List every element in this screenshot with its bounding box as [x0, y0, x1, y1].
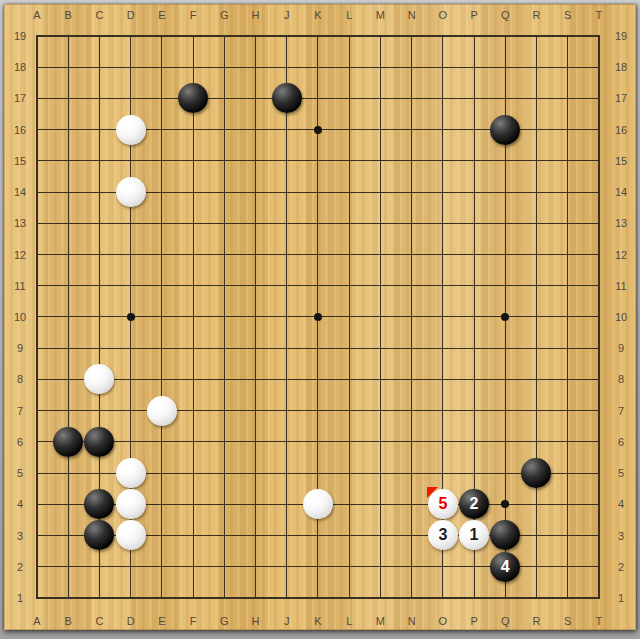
- black-stone-C4[interactable]: [84, 489, 114, 519]
- intersection-K10[interactable]: [302, 301, 333, 332]
- intersection-Q9[interactable]: [490, 333, 521, 364]
- intersection-S15[interactable]: [552, 145, 583, 176]
- intersection-O16[interactable]: [427, 114, 458, 145]
- intersection-E13[interactable]: [146, 208, 177, 239]
- intersection-B12[interactable]: [53, 239, 84, 270]
- intersection-A17[interactable]: [21, 83, 52, 114]
- intersection-H5[interactable]: [240, 457, 271, 488]
- intersection-N18[interactable]: [396, 52, 427, 83]
- intersection-H9[interactable]: [240, 333, 271, 364]
- intersection-Q8[interactable]: [490, 364, 521, 395]
- intersection-A15[interactable]: [21, 145, 52, 176]
- intersection-J7[interactable]: [271, 395, 302, 426]
- intersection-M11[interactable]: [365, 270, 396, 301]
- intersection-C6[interactable]: [84, 426, 115, 457]
- intersection-F9[interactable]: [177, 333, 208, 364]
- intersection-B7[interactable]: [53, 395, 84, 426]
- intersection-N10[interactable]: [396, 301, 427, 332]
- intersection-J5[interactable]: [271, 457, 302, 488]
- intersection-F5[interactable]: [177, 457, 208, 488]
- intersection-C19[interactable]: [84, 20, 115, 51]
- intersection-F4[interactable]: [177, 489, 208, 520]
- intersection-M10[interactable]: [365, 301, 396, 332]
- intersection-D9[interactable]: [115, 333, 146, 364]
- intersection-P3[interactable]: 1: [458, 520, 489, 551]
- intersection-N3[interactable]: [396, 520, 427, 551]
- intersection-C16[interactable]: [84, 114, 115, 145]
- intersection-E2[interactable]: [146, 551, 177, 582]
- intersection-K7[interactable]: [302, 395, 333, 426]
- intersection-H18[interactable]: [240, 52, 271, 83]
- intersection-K1[interactable]: [302, 582, 333, 613]
- intersection-M8[interactable]: [365, 364, 396, 395]
- intersection-C13[interactable]: [84, 208, 115, 239]
- intersection-T7[interactable]: [583, 395, 614, 426]
- intersection-R19[interactable]: [521, 20, 552, 51]
- intersection-F7[interactable]: [177, 395, 208, 426]
- intersection-N4[interactable]: [396, 489, 427, 520]
- intersection-L13[interactable]: [334, 208, 365, 239]
- intersection-D8[interactable]: [115, 364, 146, 395]
- intersection-L9[interactable]: [334, 333, 365, 364]
- intersection-A2[interactable]: [21, 551, 52, 582]
- intersection-O12[interactable]: [427, 239, 458, 270]
- intersection-H7[interactable]: [240, 395, 271, 426]
- intersection-B17[interactable]: [53, 83, 84, 114]
- intersection-L10[interactable]: [334, 301, 365, 332]
- intersection-M6[interactable]: [365, 426, 396, 457]
- intersection-R7[interactable]: [521, 395, 552, 426]
- intersection-L14[interactable]: [334, 176, 365, 207]
- intersection-P11[interactable]: [458, 270, 489, 301]
- intersection-O19[interactable]: [427, 20, 458, 51]
- intersection-Q10[interactable]: [490, 301, 521, 332]
- intersection-R6[interactable]: [521, 426, 552, 457]
- intersection-J17[interactable]: [271, 83, 302, 114]
- intersection-L4[interactable]: [334, 489, 365, 520]
- intersection-E12[interactable]: [146, 239, 177, 270]
- intersection-J19[interactable]: [271, 20, 302, 51]
- intersection-L2[interactable]: [334, 551, 365, 582]
- intersection-O2[interactable]: [427, 551, 458, 582]
- intersection-T5[interactable]: [583, 457, 614, 488]
- intersection-N9[interactable]: [396, 333, 427, 364]
- intersection-D10[interactable]: [115, 301, 146, 332]
- white-stone-P3[interactable]: 1: [459, 520, 489, 550]
- intersection-A6[interactable]: [21, 426, 52, 457]
- intersection-F8[interactable]: [177, 364, 208, 395]
- intersection-B15[interactable]: [53, 145, 84, 176]
- intersection-O4[interactable]: 5: [427, 489, 458, 520]
- intersection-G19[interactable]: [209, 20, 240, 51]
- intersection-J13[interactable]: [271, 208, 302, 239]
- black-stone-J17[interactable]: [272, 83, 302, 113]
- intersection-B6[interactable]: [53, 426, 84, 457]
- intersection-M13[interactable]: [365, 208, 396, 239]
- intersection-B10[interactable]: [53, 301, 84, 332]
- intersection-J14[interactable]: [271, 176, 302, 207]
- intersection-H16[interactable]: [240, 114, 271, 145]
- intersection-K2[interactable]: [302, 551, 333, 582]
- intersection-D2[interactable]: [115, 551, 146, 582]
- intersection-L6[interactable]: [334, 426, 365, 457]
- intersection-J4[interactable]: [271, 489, 302, 520]
- intersection-E17[interactable]: [146, 83, 177, 114]
- intersection-R9[interactable]: [521, 333, 552, 364]
- intersection-P18[interactable]: [458, 52, 489, 83]
- intersection-N16[interactable]: [396, 114, 427, 145]
- intersection-M9[interactable]: [365, 333, 396, 364]
- intersection-Q6[interactable]: [490, 426, 521, 457]
- intersection-Q11[interactable]: [490, 270, 521, 301]
- intersection-O9[interactable]: [427, 333, 458, 364]
- intersection-Q3[interactable]: [490, 520, 521, 551]
- intersection-H4[interactable]: [240, 489, 271, 520]
- intersection-E18[interactable]: [146, 52, 177, 83]
- intersection-M12[interactable]: [365, 239, 396, 270]
- intersection-O18[interactable]: [427, 52, 458, 83]
- intersection-J2[interactable]: [271, 551, 302, 582]
- intersection-O7[interactable]: [427, 395, 458, 426]
- intersection-F18[interactable]: [177, 52, 208, 83]
- intersection-S1[interactable]: [552, 582, 583, 613]
- intersection-R13[interactable]: [521, 208, 552, 239]
- intersection-C1[interactable]: [84, 582, 115, 613]
- intersection-R11[interactable]: [521, 270, 552, 301]
- intersection-C7[interactable]: [84, 395, 115, 426]
- intersection-E4[interactable]: [146, 489, 177, 520]
- intersection-G16[interactable]: [209, 114, 240, 145]
- intersection-B2[interactable]: [53, 551, 84, 582]
- white-stone-O4[interactable]: 5: [428, 489, 458, 519]
- intersection-E7[interactable]: [146, 395, 177, 426]
- intersection-C15[interactable]: [84, 145, 115, 176]
- intersection-N2[interactable]: [396, 551, 427, 582]
- intersection-E11[interactable]: [146, 270, 177, 301]
- intersection-J6[interactable]: [271, 426, 302, 457]
- intersection-O13[interactable]: [427, 208, 458, 239]
- intersection-P12[interactable]: [458, 239, 489, 270]
- intersection-L5[interactable]: [334, 457, 365, 488]
- intersection-Q14[interactable]: [490, 176, 521, 207]
- intersection-S11[interactable]: [552, 270, 583, 301]
- intersection-R1[interactable]: [521, 582, 552, 613]
- intersection-K4[interactable]: [302, 489, 333, 520]
- intersection-K5[interactable]: [302, 457, 333, 488]
- intersection-C14[interactable]: [84, 176, 115, 207]
- intersection-E16[interactable]: [146, 114, 177, 145]
- white-stone-D3[interactable]: [116, 520, 146, 550]
- intersection-Q19[interactable]: [490, 20, 521, 51]
- intersection-A18[interactable]: [21, 52, 52, 83]
- intersection-J15[interactable]: [271, 145, 302, 176]
- intersection-T12[interactable]: [583, 239, 614, 270]
- intersection-N13[interactable]: [396, 208, 427, 239]
- intersection-S10[interactable]: [552, 301, 583, 332]
- intersection-L7[interactable]: [334, 395, 365, 426]
- intersection-S19[interactable]: [552, 20, 583, 51]
- intersection-T18[interactable]: [583, 52, 614, 83]
- intersection-D19[interactable]: [115, 20, 146, 51]
- intersection-N8[interactable]: [396, 364, 427, 395]
- intersection-L19[interactable]: [334, 20, 365, 51]
- intersection-K14[interactable]: [302, 176, 333, 207]
- intersection-G3[interactable]: [209, 520, 240, 551]
- intersection-B18[interactable]: [53, 52, 84, 83]
- intersection-S5[interactable]: [552, 457, 583, 488]
- intersection-S12[interactable]: [552, 239, 583, 270]
- intersection-E8[interactable]: [146, 364, 177, 395]
- intersection-K12[interactable]: [302, 239, 333, 270]
- intersection-R18[interactable]: [521, 52, 552, 83]
- intersection-T4[interactable]: [583, 489, 614, 520]
- intersection-P1[interactable]: [458, 582, 489, 613]
- intersection-P5[interactable]: [458, 457, 489, 488]
- intersection-B4[interactable]: [53, 489, 84, 520]
- intersection-P9[interactable]: [458, 333, 489, 364]
- intersection-S4[interactable]: [552, 489, 583, 520]
- intersection-G4[interactable]: [209, 489, 240, 520]
- intersection-M15[interactable]: [365, 145, 396, 176]
- intersection-E14[interactable]: [146, 176, 177, 207]
- intersection-D13[interactable]: [115, 208, 146, 239]
- intersection-F19[interactable]: [177, 20, 208, 51]
- intersection-B16[interactable]: [53, 114, 84, 145]
- intersection-P13[interactable]: [458, 208, 489, 239]
- intersection-J9[interactable]: [271, 333, 302, 364]
- intersection-M7[interactable]: [365, 395, 396, 426]
- intersection-C3[interactable]: [84, 520, 115, 551]
- intersection-T10[interactable]: [583, 301, 614, 332]
- intersection-G7[interactable]: [209, 395, 240, 426]
- intersection-H3[interactable]: [240, 520, 271, 551]
- intersection-M14[interactable]: [365, 176, 396, 207]
- intersection-N11[interactable]: [396, 270, 427, 301]
- intersection-O10[interactable]: [427, 301, 458, 332]
- intersection-P14[interactable]: [458, 176, 489, 207]
- intersection-M17[interactable]: [365, 83, 396, 114]
- intersection-P16[interactable]: [458, 114, 489, 145]
- intersection-D16[interactable]: [115, 114, 146, 145]
- intersection-M2[interactable]: [365, 551, 396, 582]
- intersection-G1[interactable]: [209, 582, 240, 613]
- intersection-O14[interactable]: [427, 176, 458, 207]
- black-stone-P4[interactable]: 2: [459, 489, 489, 519]
- black-stone-Q2[interactable]: 4: [490, 552, 520, 582]
- intersection-L3[interactable]: [334, 520, 365, 551]
- intersection-H19[interactable]: [240, 20, 271, 51]
- intersection-Q1[interactable]: [490, 582, 521, 613]
- black-stone-F17[interactable]: [178, 83, 208, 113]
- intersection-E3[interactable]: [146, 520, 177, 551]
- intersection-C4[interactable]: [84, 489, 115, 520]
- intersection-H1[interactable]: [240, 582, 271, 613]
- intersection-B19[interactable]: [53, 20, 84, 51]
- intersection-Q16[interactable]: [490, 114, 521, 145]
- intersection-F3[interactable]: [177, 520, 208, 551]
- black-stone-C3[interactable]: [84, 520, 114, 550]
- intersection-P8[interactable]: [458, 364, 489, 395]
- white-stone-O3[interactable]: 3: [428, 520, 458, 550]
- intersection-G8[interactable]: [209, 364, 240, 395]
- intersection-S13[interactable]: [552, 208, 583, 239]
- intersection-F1[interactable]: [177, 582, 208, 613]
- intersection-S16[interactable]: [552, 114, 583, 145]
- intersection-O17[interactable]: [427, 83, 458, 114]
- intersection-F15[interactable]: [177, 145, 208, 176]
- intersection-J16[interactable]: [271, 114, 302, 145]
- intersection-J11[interactable]: [271, 270, 302, 301]
- intersection-B8[interactable]: [53, 364, 84, 395]
- intersection-R12[interactable]: [521, 239, 552, 270]
- intersection-S2[interactable]: [552, 551, 583, 582]
- intersection-O8[interactable]: [427, 364, 458, 395]
- intersection-Q5[interactable]: [490, 457, 521, 488]
- intersection-G9[interactable]: [209, 333, 240, 364]
- intersection-G13[interactable]: [209, 208, 240, 239]
- intersection-Q15[interactable]: [490, 145, 521, 176]
- intersection-N6[interactable]: [396, 426, 427, 457]
- intersection-T1[interactable]: [583, 582, 614, 613]
- intersection-A7[interactable]: [21, 395, 52, 426]
- intersection-G18[interactable]: [209, 52, 240, 83]
- intersection-C8[interactable]: [84, 364, 115, 395]
- intersection-O3[interactable]: 3: [427, 520, 458, 551]
- intersection-D14[interactable]: [115, 176, 146, 207]
- intersection-L1[interactable]: [334, 582, 365, 613]
- intersection-F13[interactable]: [177, 208, 208, 239]
- intersection-K18[interactable]: [302, 52, 333, 83]
- intersection-F14[interactable]: [177, 176, 208, 207]
- intersection-K15[interactable]: [302, 145, 333, 176]
- intersection-T16[interactable]: [583, 114, 614, 145]
- intersection-D12[interactable]: [115, 239, 146, 270]
- intersection-S18[interactable]: [552, 52, 583, 83]
- intersection-R16[interactable]: [521, 114, 552, 145]
- intersection-A4[interactable]: [21, 489, 52, 520]
- intersection-C2[interactable]: [84, 551, 115, 582]
- intersection-D18[interactable]: [115, 52, 146, 83]
- intersection-E10[interactable]: [146, 301, 177, 332]
- intersection-M18[interactable]: [365, 52, 396, 83]
- intersection-Q12[interactable]: [490, 239, 521, 270]
- intersection-H15[interactable]: [240, 145, 271, 176]
- intersection-N15[interactable]: [396, 145, 427, 176]
- intersection-A3[interactable]: [21, 520, 52, 551]
- intersection-D3[interactable]: [115, 520, 146, 551]
- intersection-R15[interactable]: [521, 145, 552, 176]
- intersection-J12[interactable]: [271, 239, 302, 270]
- intersection-R2[interactable]: [521, 551, 552, 582]
- intersection-N1[interactable]: [396, 582, 427, 613]
- intersection-A5[interactable]: [21, 457, 52, 488]
- intersection-N14[interactable]: [396, 176, 427, 207]
- intersection-G15[interactable]: [209, 145, 240, 176]
- intersection-E9[interactable]: [146, 333, 177, 364]
- white-stone-D16[interactable]: [116, 115, 146, 145]
- intersection-K3[interactable]: [302, 520, 333, 551]
- intersection-Q4[interactable]: [490, 489, 521, 520]
- intersection-J3[interactable]: [271, 520, 302, 551]
- intersection-P15[interactable]: [458, 145, 489, 176]
- intersection-M4[interactable]: [365, 489, 396, 520]
- intersection-T9[interactable]: [583, 333, 614, 364]
- intersection-A19[interactable]: [21, 20, 52, 51]
- intersection-O15[interactable]: [427, 145, 458, 176]
- intersection-R8[interactable]: [521, 364, 552, 395]
- intersection-S17[interactable]: [552, 83, 583, 114]
- intersection-R3[interactable]: [521, 520, 552, 551]
- intersection-K13[interactable]: [302, 208, 333, 239]
- intersection-M19[interactable]: [365, 20, 396, 51]
- intersection-T15[interactable]: [583, 145, 614, 176]
- intersection-S14[interactable]: [552, 176, 583, 207]
- white-stone-D4[interactable]: [116, 489, 146, 519]
- intersection-T2[interactable]: [583, 551, 614, 582]
- white-stone-C8[interactable]: [84, 364, 114, 394]
- black-stone-C6[interactable]: [84, 427, 114, 457]
- intersection-Q7[interactable]: [490, 395, 521, 426]
- intersection-B11[interactable]: [53, 270, 84, 301]
- intersection-C10[interactable]: [84, 301, 115, 332]
- intersection-O6[interactable]: [427, 426, 458, 457]
- intersection-A14[interactable]: [21, 176, 52, 207]
- intersection-E15[interactable]: [146, 145, 177, 176]
- intersection-B9[interactable]: [53, 333, 84, 364]
- intersection-M1[interactable]: [365, 582, 396, 613]
- intersection-L11[interactable]: [334, 270, 365, 301]
- black-stone-R5[interactable]: [521, 458, 551, 488]
- intersection-L15[interactable]: [334, 145, 365, 176]
- white-stone-K4[interactable]: [303, 489, 333, 519]
- intersection-G2[interactable]: [209, 551, 240, 582]
- intersection-H14[interactable]: [240, 176, 271, 207]
- intersection-N12[interactable]: [396, 239, 427, 270]
- intersection-N17[interactable]: [396, 83, 427, 114]
- intersection-P17[interactable]: [458, 83, 489, 114]
- intersection-B14[interactable]: [53, 176, 84, 207]
- intersection-D7[interactable]: [115, 395, 146, 426]
- intersection-P4[interactable]: 2: [458, 489, 489, 520]
- intersection-F16[interactable]: [177, 114, 208, 145]
- intersection-D15[interactable]: [115, 145, 146, 176]
- intersection-N5[interactable]: [396, 457, 427, 488]
- intersection-P19[interactable]: [458, 20, 489, 51]
- intersection-G11[interactable]: [209, 270, 240, 301]
- intersection-F12[interactable]: [177, 239, 208, 270]
- intersection-T3[interactable]: [583, 520, 614, 551]
- intersection-S6[interactable]: [552, 426, 583, 457]
- intersection-P2[interactable]: [458, 551, 489, 582]
- white-stone-D5[interactable]: [116, 458, 146, 488]
- intersection-O11[interactable]: [427, 270, 458, 301]
- intersection-A10[interactable]: [21, 301, 52, 332]
- intersection-K8[interactable]: [302, 364, 333, 395]
- intersection-G14[interactable]: [209, 176, 240, 207]
- intersection-P6[interactable]: [458, 426, 489, 457]
- intersection-B13[interactable]: [53, 208, 84, 239]
- intersection-D17[interactable]: [115, 83, 146, 114]
- intersection-K19[interactable]: [302, 20, 333, 51]
- intersection-C18[interactable]: [84, 52, 115, 83]
- intersection-E5[interactable]: [146, 457, 177, 488]
- intersection-F11[interactable]: [177, 270, 208, 301]
- intersection-M16[interactable]: [365, 114, 396, 145]
- intersection-J18[interactable]: [271, 52, 302, 83]
- intersection-S9[interactable]: [552, 333, 583, 364]
- intersection-O5[interactable]: [427, 457, 458, 488]
- intersection-L16[interactable]: [334, 114, 365, 145]
